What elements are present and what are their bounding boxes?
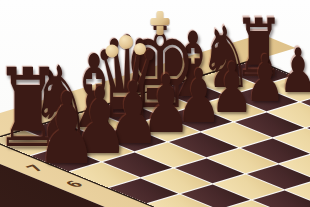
pieces-layer: ♜♞♝♛♚♝♞♜♟♟♟♟♟♟♟♟ <box>0 0 310 207</box>
photo-canvas: 76 ♜♞♝♛♚♝♞♜♟♟♟♟♟♟♟♟ <box>0 0 310 207</box>
piece-dark-pawn-a7[interactable]: ♟ <box>36 79 98 178</box>
queen-crown-ball <box>134 43 146 55</box>
